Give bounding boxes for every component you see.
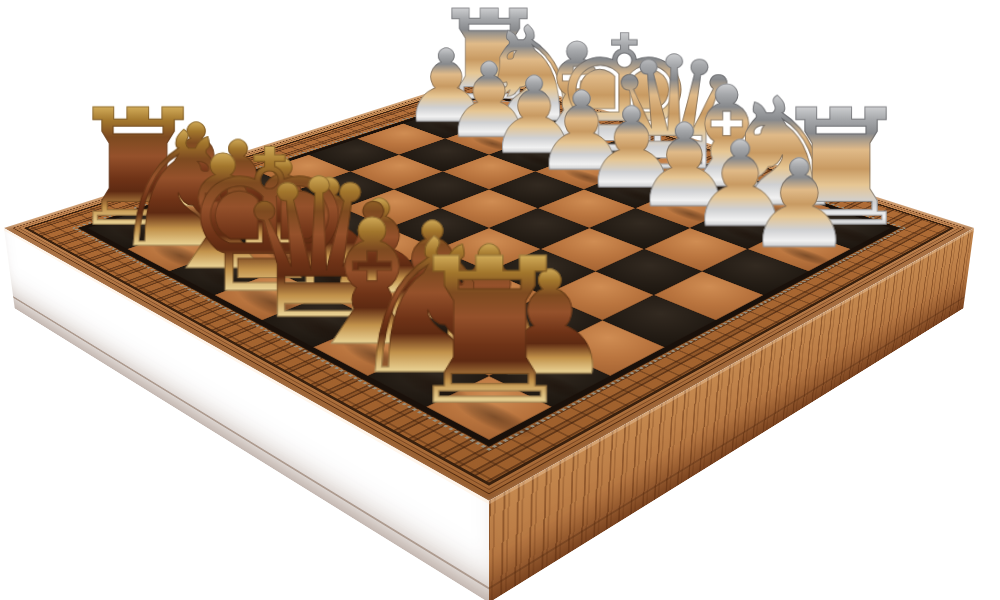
board-square[interactable] bbox=[635, 189, 733, 228]
piece-shadow bbox=[459, 340, 529, 373]
board-square[interactable] bbox=[535, 155, 627, 190]
board-square[interactable] bbox=[343, 189, 441, 228]
board-square[interactable] bbox=[309, 139, 399, 172]
board-square[interactable] bbox=[426, 376, 552, 440]
board-square[interactable] bbox=[214, 271, 324, 320]
board-square[interactable] bbox=[394, 172, 489, 209]
board-square[interactable] bbox=[288, 208, 388, 249]
board-square[interactable] bbox=[276, 249, 383, 295]
board-square[interactable] bbox=[231, 228, 334, 271]
piece-shadow bbox=[188, 262, 262, 297]
board-square[interactable] bbox=[733, 189, 831, 228]
board-square[interactable] bbox=[376, 295, 489, 347]
piece-shadow bbox=[103, 218, 176, 251]
board-square[interactable] bbox=[430, 320, 547, 376]
piece-shadow bbox=[144, 239, 217, 273]
board-square[interactable] bbox=[489, 208, 589, 249]
board-square[interactable] bbox=[357, 123, 445, 154]
piece-shadow bbox=[773, 243, 840, 269]
piece-shadow bbox=[519, 368, 592, 404]
board-square[interactable] bbox=[579, 139, 669, 172]
board-square[interactable] bbox=[313, 320, 430, 376]
board-square[interactable] bbox=[644, 228, 747, 271]
board-square[interactable] bbox=[368, 347, 489, 407]
piece-shadow bbox=[503, 117, 570, 140]
board-square[interactable] bbox=[589, 208, 689, 249]
piece-shadows-layer bbox=[4, 73, 974, 500]
board-square[interactable] bbox=[445, 123, 533, 154]
chess-case: ♜♞♝♚♛♝♞♜♟♟♟♟♟♟♟♟♟♟♟♟♟♟♟♟♜♞♝♚♛♝♞♜ bbox=[4, 73, 974, 500]
board-square[interactable] bbox=[147, 189, 245, 228]
piece-shadow bbox=[302, 265, 363, 293]
board-square[interactable] bbox=[262, 295, 375, 347]
board-square[interactable] bbox=[489, 109, 575, 139]
board-square[interactable] bbox=[245, 189, 343, 228]
board-square[interactable] bbox=[489, 172, 584, 209]
piece-shadow bbox=[425, 119, 475, 137]
board-square[interactable] bbox=[489, 347, 610, 407]
board-square[interactable] bbox=[489, 295, 602, 347]
board-square[interactable] bbox=[447, 95, 531, 123]
board-square[interactable] bbox=[127, 228, 230, 271]
board-square[interactable] bbox=[188, 208, 288, 249]
board-square[interactable] bbox=[747, 228, 850, 271]
board-square[interactable] bbox=[87, 208, 187, 249]
perspective-scene: ♜♞♝♚♛♝♞♜♟♟♟♟♟♟♟♟♟♟♟♟♟♟♟♟♜♞♝♚♛♝♞♜ bbox=[0, 0, 1000, 600]
piece-shadow bbox=[695, 182, 770, 209]
board-square[interactable] bbox=[324, 271, 434, 320]
board-square[interactable] bbox=[544, 271, 654, 320]
decorative-border-band bbox=[24, 78, 955, 485]
board-square[interactable] bbox=[204, 172, 299, 209]
board-square[interactable] bbox=[541, 228, 644, 271]
board-square[interactable] bbox=[403, 109, 489, 139]
board-square[interactable] bbox=[690, 208, 790, 249]
piece-shadow bbox=[334, 335, 419, 377]
piece-shadow bbox=[804, 218, 893, 251]
piece-shadow bbox=[404, 313, 470, 344]
board-square[interactable] bbox=[602, 295, 715, 347]
piece-shadow bbox=[226, 281, 320, 326]
piece-shadow bbox=[387, 363, 480, 410]
piece-shadow bbox=[444, 392, 545, 444]
board-square[interactable] bbox=[334, 228, 437, 271]
board-square[interactable] bbox=[382, 249, 489, 295]
board-square[interactable] bbox=[389, 208, 489, 249]
piece-shadow bbox=[608, 184, 667, 206]
board-square[interactable] bbox=[679, 172, 774, 209]
piece-shadow bbox=[256, 243, 314, 269]
board-square[interactable] bbox=[434, 271, 544, 320]
piece-shadow bbox=[548, 132, 615, 155]
board-square[interactable] bbox=[654, 271, 764, 320]
board-square[interactable] bbox=[702, 249, 809, 295]
board-square[interactable] bbox=[596, 249, 703, 295]
piece-shadow bbox=[558, 167, 614, 188]
board-square[interactable] bbox=[548, 320, 665, 376]
board-square[interactable] bbox=[258, 155, 350, 190]
board-square[interactable] bbox=[489, 249, 596, 295]
board-square[interactable] bbox=[538, 189, 636, 228]
board-square[interactable] bbox=[437, 228, 540, 271]
board-square[interactable] bbox=[584, 172, 679, 209]
board-square[interactable] bbox=[350, 155, 442, 190]
piece-shadow bbox=[467, 134, 519, 153]
board-square[interactable] bbox=[790, 208, 890, 249]
piece-shadow bbox=[171, 203, 224, 226]
board-top-face bbox=[4, 73, 974, 500]
piece-shadow bbox=[638, 162, 721, 192]
board-square[interactable] bbox=[628, 155, 720, 190]
board-square[interactable] bbox=[489, 139, 579, 172]
piece-shadow bbox=[276, 307, 369, 352]
product-photo-scene: Studio product photo of a leatherette ch… bbox=[0, 0, 1000, 600]
board-square[interactable] bbox=[443, 155, 535, 190]
piece-shadow bbox=[587, 145, 671, 175]
piece-shadow bbox=[748, 199, 830, 229]
board-square[interactable] bbox=[533, 123, 621, 154]
piece-shadow bbox=[660, 203, 721, 226]
board-square[interactable] bbox=[399, 139, 489, 172]
board-square[interactable] bbox=[440, 189, 538, 228]
piece-shadow bbox=[212, 222, 268, 246]
board-square[interactable] bbox=[299, 172, 394, 209]
piece-shadow bbox=[715, 222, 779, 246]
board-square[interactable] bbox=[169, 249, 276, 295]
piece-shadow bbox=[459, 102, 526, 125]
piece-shadow bbox=[511, 150, 565, 170]
piece-shadow bbox=[351, 288, 414, 317]
